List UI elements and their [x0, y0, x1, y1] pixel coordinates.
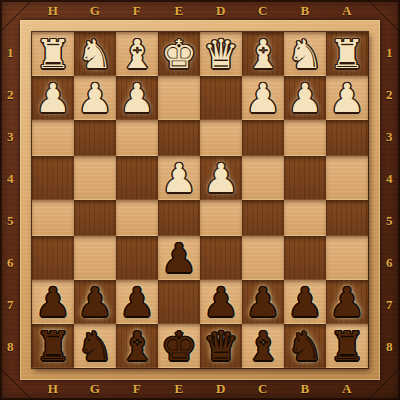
- square-a7[interactable]: ♟: [326, 280, 368, 324]
- square-f6[interactable]: [116, 236, 158, 280]
- square-d6[interactable]: [200, 236, 242, 280]
- square-e7[interactable]: [158, 280, 200, 324]
- rank-label-right-3: 3: [386, 129, 393, 145]
- square-h6[interactable]: [32, 236, 74, 280]
- square-c7[interactable]: ♟: [242, 280, 284, 324]
- rank-label-left-2: 2: [7, 87, 14, 103]
- file-label-bottom-b: B: [300, 381, 309, 397]
- square-f5[interactable]: [116, 200, 158, 236]
- file-label-top-f: F: [133, 3, 141, 19]
- square-g3[interactable]: [74, 120, 116, 156]
- square-e4[interactable]: ♟: [158, 156, 200, 200]
- square-d8[interactable]: ♛: [200, 324, 242, 368]
- square-b6[interactable]: [284, 236, 326, 280]
- square-f1[interactable]: ♝: [116, 32, 158, 76]
- rank-label-left-5: 5: [7, 213, 14, 229]
- square-b5[interactable]: [284, 200, 326, 236]
- black-pawn-d7[interactable]: ♟: [200, 280, 242, 324]
- square-g5[interactable]: [74, 200, 116, 236]
- square-g8[interactable]: ♞: [74, 324, 116, 368]
- square-f7[interactable]: ♟: [116, 280, 158, 324]
- square-d5[interactable]: [200, 200, 242, 236]
- black-knight-g8[interactable]: ♞: [74, 324, 116, 368]
- square-c5[interactable]: [242, 200, 284, 236]
- file-label-bottom-c: C: [258, 381, 268, 397]
- white-bishop-c1[interactable]: ♝: [242, 32, 284, 76]
- rank-label-right-7: 7: [386, 297, 393, 313]
- square-g2[interactable]: ♟: [74, 76, 116, 120]
- black-pawn-f7[interactable]: ♟: [116, 280, 158, 324]
- square-d1[interactable]: ♛: [200, 32, 242, 76]
- square-a4[interactable]: [326, 156, 368, 200]
- square-c3[interactable]: [242, 120, 284, 156]
- square-a2[interactable]: ♟: [326, 76, 368, 120]
- square-a6[interactable]: [326, 236, 368, 280]
- square-e2[interactable]: [158, 76, 200, 120]
- square-c2[interactable]: ♟: [242, 76, 284, 120]
- square-b2[interactable]: ♟: [284, 76, 326, 120]
- file-label-top-a: A: [342, 3, 352, 19]
- black-pawn-g7[interactable]: ♟: [74, 280, 116, 324]
- white-rook-h1[interactable]: ♜: [32, 32, 74, 76]
- square-f8[interactable]: ♝: [116, 324, 158, 368]
- square-e6[interactable]: ♟: [158, 236, 200, 280]
- square-g6[interactable]: [74, 236, 116, 280]
- black-pawn-e6[interactable]: ♟: [158, 236, 200, 280]
- rank-label-right-1: 1: [386, 45, 393, 61]
- square-h2[interactable]: ♟: [32, 76, 74, 120]
- file-label-bottom-g: G: [90, 381, 101, 397]
- file-label-top-g: G: [90, 3, 101, 19]
- file-labels-bottom: HGFEDCBA: [32, 379, 368, 398]
- black-bishop-c8[interactable]: ♝: [242, 324, 284, 368]
- square-d2[interactable]: [200, 76, 242, 120]
- file-label-top-e: E: [174, 3, 183, 19]
- white-pawn-g2[interactable]: ♟: [74, 76, 116, 120]
- square-c6[interactable]: [242, 236, 284, 280]
- square-d7[interactable]: ♟: [200, 280, 242, 324]
- white-pawn-h2[interactable]: ♟: [32, 76, 74, 120]
- file-label-bottom-d: D: [216, 381, 226, 397]
- rank-labels-right: 12345678: [380, 32, 399, 368]
- black-pawn-c7[interactable]: ♟: [242, 280, 284, 324]
- white-king-e1[interactable]: ♚: [158, 32, 200, 76]
- black-king-e8[interactable]: ♚: [158, 324, 200, 368]
- rank-label-right-4: 4: [386, 171, 393, 187]
- square-g7[interactable]: ♟: [74, 280, 116, 324]
- board-squares: ♜♞♝♚♛♝♞♜♟♟♟♟♟♟♟♟♟♟♟♟♟♟♟♟♜♞♝♚♛♝♞♜: [32, 32, 368, 368]
- black-pawn-h7[interactable]: ♟: [32, 280, 74, 324]
- rank-label-left-7: 7: [7, 297, 14, 313]
- rank-label-left-6: 6: [7, 255, 14, 271]
- file-label-bottom-e: E: [174, 381, 183, 397]
- rank-label-right-2: 2: [386, 87, 393, 103]
- file-label-top-b: B: [300, 3, 309, 19]
- square-d3[interactable]: [200, 120, 242, 156]
- white-pawn-c2[interactable]: ♟: [242, 76, 284, 120]
- file-label-bottom-f: F: [133, 381, 141, 397]
- square-a3[interactable]: [326, 120, 368, 156]
- square-c4[interactable]: [242, 156, 284, 200]
- rank-label-right-5: 5: [386, 213, 393, 229]
- black-queen-d8[interactable]: ♛: [200, 324, 242, 368]
- white-bishop-f1[interactable]: ♝: [116, 32, 158, 76]
- file-label-top-c: C: [258, 3, 268, 19]
- rank-label-left-1: 1: [7, 45, 14, 61]
- square-e3[interactable]: [158, 120, 200, 156]
- square-b7[interactable]: ♟: [284, 280, 326, 324]
- square-f3[interactable]: [116, 120, 158, 156]
- rank-label-left-3: 3: [7, 129, 14, 145]
- black-bishop-f8[interactable]: ♝: [116, 324, 158, 368]
- chessboard: HGFEDCBA HGFEDCBA 12345678 12345678 ♜♞♝♚…: [0, 0, 400, 400]
- white-pawn-a2[interactable]: ♟: [326, 76, 368, 120]
- black-rook-a8[interactable]: ♜: [326, 324, 368, 368]
- square-g1[interactable]: ♞: [74, 32, 116, 76]
- rank-label-left-8: 8: [7, 339, 14, 355]
- white-pawn-b2[interactable]: ♟: [284, 76, 326, 120]
- square-a8[interactable]: ♜: [326, 324, 368, 368]
- square-h5[interactable]: [32, 200, 74, 236]
- white-pawn-d4[interactable]: ♟: [200, 156, 242, 200]
- file-label-top-h: H: [48, 3, 59, 19]
- square-h7[interactable]: ♟: [32, 280, 74, 324]
- rank-label-right-8: 8: [386, 339, 393, 355]
- square-b8[interactable]: ♞: [284, 324, 326, 368]
- file-labels-top: HGFEDCBA: [32, 1, 368, 20]
- square-e5[interactable]: [158, 200, 200, 236]
- square-a5[interactable]: [326, 200, 368, 236]
- square-h8[interactable]: ♜: [32, 324, 74, 368]
- rank-labels-left: 12345678: [1, 32, 20, 368]
- white-pawn-f2[interactable]: ♟: [116, 76, 158, 120]
- square-e8[interactable]: ♚: [158, 324, 200, 368]
- file-label-bottom-a: A: [342, 381, 352, 397]
- square-b3[interactable]: [284, 120, 326, 156]
- square-f4[interactable]: [116, 156, 158, 200]
- white-queen-d1[interactable]: ♛: [200, 32, 242, 76]
- square-h4[interactable]: [32, 156, 74, 200]
- square-b4[interactable]: [284, 156, 326, 200]
- black-pawn-b7[interactable]: ♟: [284, 280, 326, 324]
- file-label-top-d: D: [216, 3, 226, 19]
- square-c1[interactable]: ♝: [242, 32, 284, 76]
- square-d4[interactable]: ♟: [200, 156, 242, 200]
- square-e1[interactable]: ♚: [158, 32, 200, 76]
- square-g4[interactable]: [74, 156, 116, 200]
- black-pawn-a7[interactable]: ♟: [326, 280, 368, 324]
- square-h1[interactable]: ♜: [32, 32, 74, 76]
- white-knight-b1[interactable]: ♞: [284, 32, 326, 76]
- square-c8[interactable]: ♝: [242, 324, 284, 368]
- square-a1[interactable]: ♜: [326, 32, 368, 76]
- rank-label-left-4: 4: [7, 171, 14, 187]
- rank-label-right-6: 6: [386, 255, 393, 271]
- square-f2[interactable]: ♟: [116, 76, 158, 120]
- black-knight-b8[interactable]: ♞: [284, 324, 326, 368]
- square-h3[interactable]: [32, 120, 74, 156]
- square-b1[interactable]: ♞: [284, 32, 326, 76]
- white-pawn-e4[interactable]: ♟: [158, 156, 200, 200]
- file-label-bottom-h: H: [48, 381, 59, 397]
- black-rook-h8[interactable]: ♜: [32, 324, 74, 368]
- white-rook-a1[interactable]: ♜: [326, 32, 368, 76]
- white-knight-g1[interactable]: ♞: [74, 32, 116, 76]
